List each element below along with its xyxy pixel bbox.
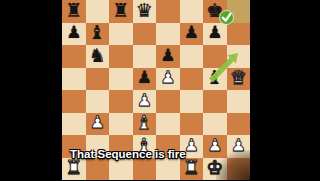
square-a1[interactable]: ♜	[62, 158, 86, 181]
square-b6[interactable]: ♞	[86, 45, 110, 68]
square-e4[interactable]	[156, 90, 180, 113]
square-e3[interactable]	[156, 113, 180, 136]
black-rook-a8[interactable]: ♜	[65, 1, 82, 20]
square-h7[interactable]	[227, 23, 251, 46]
square-c5[interactable]	[109, 68, 133, 91]
square-d8[interactable]: ♛	[133, 0, 157, 23]
white-pawn-d4[interactable]: ♟	[137, 92, 152, 109]
square-f3[interactable]	[180, 113, 204, 136]
white-queen-h5[interactable]: ♛	[230, 68, 247, 87]
square-c1[interactable]	[109, 158, 133, 181]
square-a4[interactable]	[62, 90, 86, 113]
white-bishop-d3[interactable]: ♝	[136, 113, 153, 132]
square-c3[interactable]	[109, 113, 133, 136]
square-a3[interactable]	[62, 113, 86, 136]
square-b1[interactable]	[86, 158, 110, 181]
square-c4[interactable]	[109, 90, 133, 113]
video-frame: ♜♜♛♚♟♝♟♟♞♟♟♟♝♛♟♟♝♝♟♟♟♜♜♚ That Sequence i…	[0, 0, 320, 180]
square-e1[interactable]	[156, 158, 180, 181]
black-bishop-b7[interactable]: ♝	[89, 23, 106, 42]
square-b8[interactable]	[86, 0, 110, 23]
square-g7[interactable]: ♟	[203, 23, 227, 46]
square-c8[interactable]: ♜	[109, 0, 133, 23]
square-b5[interactable]	[86, 68, 110, 91]
square-d1[interactable]	[133, 158, 157, 181]
square-e8[interactable]	[156, 0, 180, 23]
black-rook-c8[interactable]: ♜	[112, 1, 129, 20]
square-a5[interactable]	[62, 68, 86, 91]
square-h8[interactable]	[227, 0, 251, 23]
square-f6[interactable]	[180, 45, 204, 68]
letterbox-left	[0, 0, 62, 180]
square-e6[interactable]: ♟	[156, 45, 180, 68]
black-king-g8[interactable]: ♚	[206, 1, 223, 20]
square-a6[interactable]	[62, 45, 86, 68]
square-a8[interactable]: ♜	[62, 0, 86, 23]
square-h6[interactable]	[227, 45, 251, 68]
black-pawn-g7[interactable]: ♟	[207, 24, 222, 41]
video-caption: That Sequence is fire	[70, 148, 260, 160]
square-b7[interactable]: ♝	[86, 23, 110, 46]
square-d3[interactable]: ♝	[133, 113, 157, 136]
black-queen-d8[interactable]: ♛	[136, 1, 153, 20]
black-pawn-d5[interactable]: ♟	[137, 69, 152, 86]
square-f1[interactable]: ♜	[180, 158, 204, 181]
square-c6[interactable]	[109, 45, 133, 68]
black-pawn-e6[interactable]: ♟	[160, 47, 175, 64]
white-rook-a1[interactable]: ♜	[65, 158, 82, 177]
square-h3[interactable]	[227, 113, 251, 136]
square-g8[interactable]: ♚	[203, 0, 227, 23]
square-f5[interactable]	[180, 68, 204, 91]
square-f4[interactable]	[180, 90, 204, 113]
square-g3[interactable]	[203, 113, 227, 136]
square-c7[interactable]	[109, 23, 133, 46]
square-a7[interactable]: ♟	[62, 23, 86, 46]
square-h4[interactable]	[227, 90, 251, 113]
square-g5[interactable]: ♝	[203, 68, 227, 91]
square-h5[interactable]: ♛	[227, 68, 251, 91]
white-pawn-b3[interactable]: ♟	[90, 114, 105, 131]
square-f7[interactable]: ♟	[180, 23, 204, 46]
square-g4[interactable]	[203, 90, 227, 113]
white-rook-f1[interactable]: ♜	[183, 158, 200, 177]
white-pawn-e5[interactable]: ♟	[160, 69, 175, 86]
black-pawn-f7[interactable]: ♟	[184, 24, 199, 41]
square-d6[interactable]	[133, 45, 157, 68]
square-g6[interactable]	[203, 45, 227, 68]
square-d4[interactable]: ♟	[133, 90, 157, 113]
black-bishop-g5[interactable]: ♝	[206, 68, 223, 87]
square-b3[interactable]: ♟	[86, 113, 110, 136]
black-knight-b6[interactable]: ♞	[89, 46, 106, 65]
square-f8[interactable]	[180, 0, 204, 23]
square-e7[interactable]	[156, 23, 180, 46]
black-pawn-a7[interactable]: ♟	[66, 24, 81, 41]
square-d5[interactable]: ♟	[133, 68, 157, 91]
square-d7[interactable]	[133, 23, 157, 46]
square-e5[interactable]: ♟	[156, 68, 180, 91]
letterbox-right	[250, 0, 320, 180]
square-b4[interactable]	[86, 90, 110, 113]
